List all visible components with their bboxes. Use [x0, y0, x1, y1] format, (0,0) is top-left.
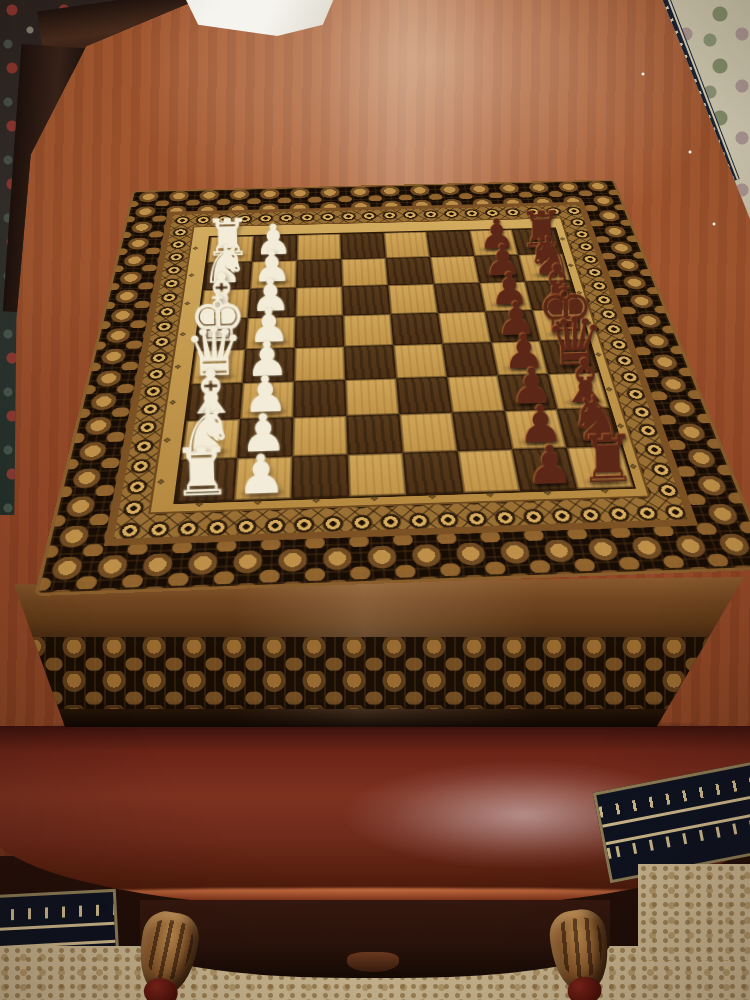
- light-speck: [641, 72, 645, 76]
- black-rook[interactable]: ♜: [577, 389, 637, 491]
- piece-glyph: ♟: [236, 449, 286, 502]
- carpet-bottom-right: [638, 864, 750, 960]
- board-frame: ♜♟♟♜♞♟♟♞♝♟♟♝♚♟♟♚♛♟♟♛♝♟♟♝♞♟♟♞♜♟♟♜ ❖❖❖❖❖❖❖…: [148, 217, 651, 514]
- white-pawn[interactable]: ♟: [229, 399, 290, 502]
- frame-mark: ❖: [427, 492, 437, 501]
- carved-border-rosette: ♜♟♟♜♞♟♟♞♝♟♟♝♚♟♟♚♛♟♟♛♝♟♟♝♞♟♟♞♜♟♟♜ ❖❖❖❖❖❖❖…: [104, 202, 698, 546]
- light-speck: [688, 150, 692, 154]
- frame-mark: ❖: [311, 496, 321, 505]
- piece-glyph: ♜: [577, 427, 636, 491]
- table-apron: [140, 900, 610, 978]
- black-pawn[interactable]: ♟: [519, 391, 579, 493]
- board-area: ♜♟♟♜♞♟♟♞♝♟♟♝♚♟♟♚♛♟♟♛♝♟♟♝♞♟♟♞♜♟♟♜: [173, 227, 636, 504]
- pieces-layer: ♜♟♟♜♞♟♟♞♝♟♟♝♚♟♟♚♛♟♟♛♝♟♟♝♞♟♟♞♜♟♟♜: [173, 227, 636, 504]
- piece-glyph: ♜: [171, 440, 232, 505]
- white-rook[interactable]: ♜: [171, 401, 232, 504]
- photo-root: { "game": { "name": "chess", "presentati…: [0, 0, 750, 1000]
- chess-box: ♜♟♟♜♞♟♟♞♝♟♟♝♚♟♟♚♛♟♟♛♝♟♟♝♞♟♟♞♜♟♟♜ ❖❖❖❖❖❖❖…: [34, 180, 750, 597]
- frame-mark: ❖: [155, 478, 168, 485]
- board-scene: ♜♟♟♜♞♟♟♞♝♟♟♝♚♟♟♚♛♟♟♛♝♟♟♝♞♟♟♞♜♟♟♜ ❖❖❖❖❖❖❖…: [0, 195, 750, 605]
- piece-glyph: ♟: [525, 440, 574, 492]
